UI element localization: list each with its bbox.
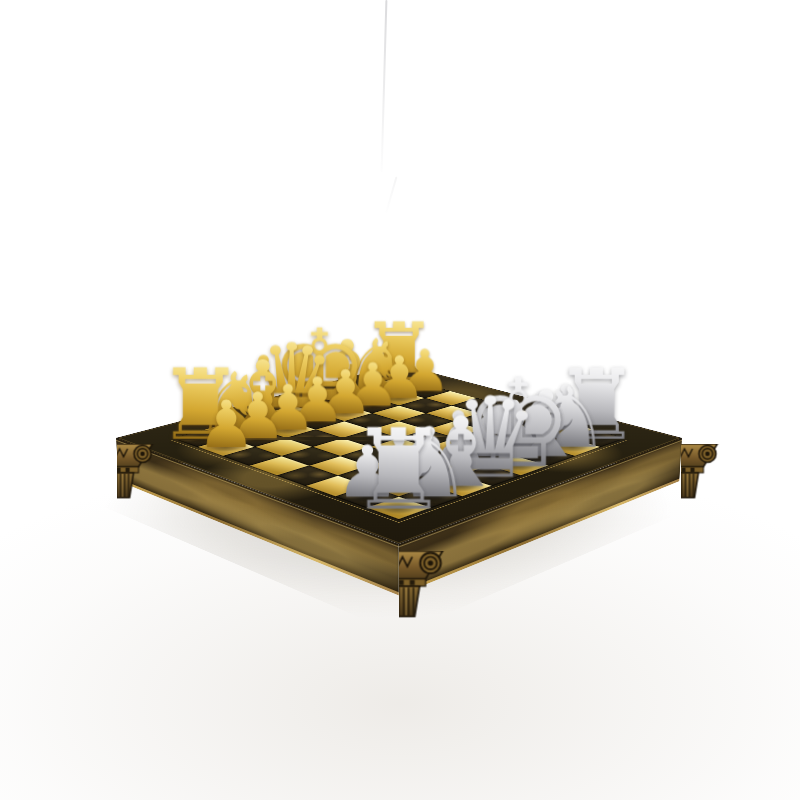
ionic-capital-icon xyxy=(351,547,446,618)
board-3d-scene: ♜♞♝♛♚♝♞♜♟♟♟♟♟♟♟♟♟♟♟♟♟♟♟♟♜♞♝♛♚♝♞♜ xyxy=(0,0,800,800)
chess-set-photo: ♜♞♝♛♚♝♞♜♟♟♟♟♟♟♟♟♟♟♟♟♟♟♟♟♜♞♝♛♚♝♞♜ xyxy=(0,0,800,800)
piece-silver-rook-a8[interactable]: ♜ xyxy=(319,414,479,526)
